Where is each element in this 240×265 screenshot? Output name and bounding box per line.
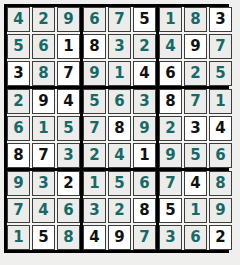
cell-r9c4[interactable]: 4 (83, 225, 106, 250)
cell-r5c9[interactable]: 4 (209, 116, 232, 141)
cell-r9c8[interactable]: 6 (184, 225, 207, 250)
cell-r6c5[interactable]: 4 (108, 143, 131, 168)
cell-r4c6[interactable]: 3 (133, 89, 156, 114)
cell-r1c9[interactable]: 3 (209, 7, 232, 32)
box-1: 429561387 (7, 7, 80, 86)
cell-r8c3[interactable]: 6 (57, 198, 80, 223)
cell-r3c3[interactable]: 7 (57, 61, 80, 86)
cell-r6c6[interactable]: 1 (133, 143, 156, 168)
cell-r9c1[interactable]: 1 (7, 225, 30, 250)
cell-r8c5[interactable]: 2 (108, 198, 131, 223)
cell-r4c1[interactable]: 2 (7, 89, 30, 114)
cell-r5c2[interactable]: 1 (32, 116, 55, 141)
cell-r9c5[interactable]: 9 (108, 225, 131, 250)
box-5: 563789241 (83, 89, 156, 168)
cell-r7c7[interactable]: 7 (159, 171, 182, 196)
cell-r4c9[interactable]: 1 (209, 89, 232, 114)
cell-r7c4[interactable]: 1 (83, 171, 106, 196)
cell-r6c3[interactable]: 3 (57, 143, 80, 168)
cell-r6c1[interactable]: 8 (7, 143, 30, 168)
box-9: 748519362 (159, 171, 232, 250)
cell-r4c2[interactable]: 9 (32, 89, 55, 114)
cell-r8c7[interactable]: 5 (159, 198, 182, 223)
cell-r6c4[interactable]: 2 (83, 143, 106, 168)
cell-r2c1[interactable]: 5 (7, 34, 30, 59)
cell-r1c8[interactable]: 8 (184, 7, 207, 32)
box-8: 156328497 (83, 171, 156, 250)
cell-r2c9[interactable]: 7 (209, 34, 232, 59)
cell-r8c6[interactable]: 8 (133, 198, 156, 223)
cell-r2c5[interactable]: 3 (108, 34, 131, 59)
cell-r7c3[interactable]: 2 (57, 171, 80, 196)
cell-r6c8[interactable]: 5 (184, 143, 207, 168)
box-3: 183497625 (159, 7, 232, 86)
cell-r1c2[interactable]: 2 (32, 7, 55, 32)
cell-r3c4[interactable]: 9 (83, 61, 106, 86)
cell-r1c7[interactable]: 1 (159, 7, 182, 32)
cell-r5c8[interactable]: 3 (184, 116, 207, 141)
cell-r9c6[interactable]: 7 (133, 225, 156, 250)
cell-r2c3[interactable]: 1 (57, 34, 80, 59)
cell-r3c8[interactable]: 2 (184, 61, 207, 86)
cell-r8c2[interactable]: 4 (32, 198, 55, 223)
cell-r7c8[interactable]: 4 (184, 171, 207, 196)
cell-r3c9[interactable]: 5 (209, 61, 232, 86)
cell-r3c7[interactable]: 6 (159, 61, 182, 86)
cell-r3c5[interactable]: 1 (108, 61, 131, 86)
cell-r6c7[interactable]: 9 (159, 143, 182, 168)
cell-r1c5[interactable]: 7 (108, 7, 131, 32)
cell-r5c4[interactable]: 7 (83, 116, 106, 141)
box-6: 871234956 (159, 89, 232, 168)
cell-r5c5[interactable]: 8 (108, 116, 131, 141)
box-4: 294615873 (7, 89, 80, 168)
cell-r2c6[interactable]: 2 (133, 34, 156, 59)
cell-r9c9[interactable]: 2 (209, 225, 232, 250)
cell-r5c7[interactable]: 2 (159, 116, 182, 141)
cell-r8c8[interactable]: 1 (184, 198, 207, 223)
cell-r1c4[interactable]: 6 (83, 7, 106, 32)
cell-r6c2[interactable]: 7 (32, 143, 55, 168)
cell-r2c7[interactable]: 4 (159, 34, 182, 59)
cell-r9c3[interactable]: 8 (57, 225, 80, 250)
cell-r4c4[interactable]: 5 (83, 89, 106, 114)
cell-r8c1[interactable]: 7 (7, 198, 30, 223)
box-7: 932746158 (7, 171, 80, 250)
cell-r8c4[interactable]: 3 (83, 198, 106, 223)
cell-r2c2[interactable]: 6 (32, 34, 55, 59)
cell-r8c9[interactable]: 9 (209, 198, 232, 223)
cell-r4c8[interactable]: 7 (184, 89, 207, 114)
cell-r7c6[interactable]: 6 (133, 171, 156, 196)
cell-r2c8[interactable]: 9 (184, 34, 207, 59)
cell-r4c3[interactable]: 4 (57, 89, 80, 114)
cell-r1c1[interactable]: 4 (7, 7, 30, 32)
cell-r3c1[interactable]: 3 (7, 61, 30, 86)
cell-r9c2[interactable]: 5 (32, 225, 55, 250)
cell-r7c2[interactable]: 3 (32, 171, 55, 196)
sudoku-board: 4295613876758329141834976252946158735637… (4, 4, 229, 253)
box-2: 675832914 (83, 7, 156, 86)
cell-r7c5[interactable]: 5 (108, 171, 131, 196)
cell-r5c6[interactable]: 9 (133, 116, 156, 141)
cell-r9c7[interactable]: 3 (159, 225, 182, 250)
sudoku-page: 4295613876758329141834976252946158735637… (0, 4, 240, 253)
cell-r1c3[interactable]: 9 (57, 7, 80, 32)
cell-r4c7[interactable]: 8 (159, 89, 182, 114)
cell-r7c1[interactable]: 9 (7, 171, 30, 196)
cell-r3c6[interactable]: 4 (133, 61, 156, 86)
cell-r5c1[interactable]: 6 (7, 116, 30, 141)
cell-r2c4[interactable]: 8 (83, 34, 106, 59)
cell-r7c9[interactable]: 8 (209, 171, 232, 196)
cell-r6c9[interactable]: 6 (209, 143, 232, 168)
cell-r1c6[interactable]: 5 (133, 7, 156, 32)
cell-r3c2[interactable]: 8 (32, 61, 55, 86)
cell-r4c5[interactable]: 6 (108, 89, 131, 114)
cell-r5c3[interactable]: 5 (57, 116, 80, 141)
